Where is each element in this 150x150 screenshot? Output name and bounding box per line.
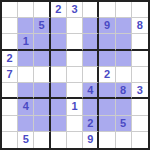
given-digit: 9	[87, 134, 93, 145]
cell-r6c1[interactable]	[2, 83, 18, 99]
cell-r1c9[interactable]	[132, 2, 148, 18]
cell-r4c8[interactable]	[116, 51, 132, 67]
given-digit: 3	[71, 4, 77, 15]
cell-r8c4[interactable]	[51, 116, 67, 132]
cell-r9c8[interactable]	[116, 132, 132, 148]
cell-r7c1[interactable]	[2, 99, 18, 115]
cell-r8c6: 2	[83, 116, 99, 132]
given-digit: 5	[38, 20, 44, 31]
given-digit: 3	[137, 85, 143, 96]
cell-r8c3[interactable]	[34, 116, 50, 132]
cell-r6c9: 3	[132, 83, 148, 99]
given-digit: 4	[23, 101, 29, 112]
cell-r1c8[interactable]	[116, 2, 132, 18]
cell-r6c5[interactable]	[67, 83, 83, 99]
cell-r7c9[interactable]	[132, 99, 148, 115]
cell-r6c7[interactable]	[99, 83, 115, 99]
cell-r7c5: 1	[67, 99, 83, 115]
cell-r3c9[interactable]	[132, 34, 148, 50]
cell-r3c8[interactable]	[116, 34, 132, 50]
cell-r7c6[interactable]	[83, 99, 99, 115]
cell-r7c3[interactable]	[34, 99, 50, 115]
cell-r6c8: 8	[116, 83, 132, 99]
cell-r1c4: 2	[51, 2, 67, 18]
cell-r5c6[interactable]	[83, 67, 99, 83]
sudoku-board: 235981272483412559	[0, 0, 150, 150]
cell-r3c3[interactable]	[34, 34, 50, 50]
given-digit: 1	[23, 36, 29, 47]
cell-r9c9[interactable]	[132, 132, 148, 148]
cell-r8c2[interactable]	[18, 116, 34, 132]
cell-r4c7[interactable]	[99, 51, 115, 67]
given-digit: 2	[55, 4, 61, 15]
cell-r9c1[interactable]	[2, 132, 18, 148]
cell-r7c7[interactable]	[99, 99, 115, 115]
given-digit: 5	[120, 118, 126, 129]
cell-r4c5[interactable]	[67, 51, 83, 67]
cell-r9c4[interactable]	[51, 132, 67, 148]
cell-r8c7[interactable]	[99, 116, 115, 132]
cell-r4c4[interactable]	[51, 51, 67, 67]
cell-r3c1[interactable]	[2, 34, 18, 50]
cell-r5c9[interactable]	[132, 67, 148, 83]
cell-r2c7: 9	[99, 18, 115, 34]
cell-r2c4[interactable]	[51, 18, 67, 34]
cell-r3c6[interactable]	[83, 34, 99, 50]
cell-r2c6[interactable]	[83, 18, 99, 34]
cell-r1c2[interactable]	[18, 2, 34, 18]
cell-r1c7[interactable]	[99, 2, 115, 18]
cell-r8c5[interactable]	[67, 116, 83, 132]
cell-r4c1: 2	[2, 51, 18, 67]
cell-r6c2[interactable]	[18, 83, 34, 99]
given-digit: 2	[7, 53, 13, 64]
cell-r4c6[interactable]	[83, 51, 99, 67]
cell-r5c4[interactable]	[51, 67, 67, 83]
cell-r1c3[interactable]	[34, 2, 50, 18]
given-digit: 4	[87, 85, 93, 96]
cell-r2c3: 5	[34, 18, 50, 34]
cell-r2c5[interactable]	[67, 18, 83, 34]
cell-r5c7: 2	[99, 67, 115, 83]
cell-r3c5[interactable]	[67, 34, 83, 50]
given-digit: 5	[23, 134, 29, 145]
cell-r9c3[interactable]	[34, 132, 50, 148]
given-digit: 2	[104, 69, 110, 80]
cell-r8c1[interactable]	[2, 116, 18, 132]
cell-r2c2[interactable]	[18, 18, 34, 34]
cell-r7c4[interactable]	[51, 99, 67, 115]
cell-r9c6: 9	[83, 132, 99, 148]
cell-r5c8[interactable]	[116, 67, 132, 83]
cell-r5c2[interactable]	[18, 67, 34, 83]
cell-r3c2: 1	[18, 34, 34, 50]
cell-r6c6: 4	[83, 83, 99, 99]
cell-r4c2[interactable]	[18, 51, 34, 67]
given-digit: 8	[137, 20, 143, 31]
cell-r2c9: 8	[132, 18, 148, 34]
given-digit: 1	[71, 101, 77, 112]
cell-r5c3[interactable]	[34, 67, 50, 83]
cell-r2c8[interactable]	[116, 18, 132, 34]
given-digit: 8	[120, 85, 126, 96]
cell-r1c6[interactable]	[83, 2, 99, 18]
given-digit: 7	[7, 69, 13, 80]
cell-r9c5[interactable]	[67, 132, 83, 148]
cell-r9c2: 5	[18, 132, 34, 148]
cell-r7c2: 4	[18, 99, 34, 115]
cell-r4c9[interactable]	[132, 51, 148, 67]
cell-r5c5[interactable]	[67, 67, 83, 83]
cell-r3c7[interactable]	[99, 34, 115, 50]
cell-r6c4[interactable]	[51, 83, 67, 99]
cell-r9c7[interactable]	[99, 132, 115, 148]
cell-r7c8[interactable]	[116, 99, 132, 115]
given-digit: 2	[87, 118, 93, 129]
given-digit: 9	[104, 20, 110, 31]
cell-r3c4[interactable]	[51, 34, 67, 50]
cell-r4c3[interactable]	[34, 51, 50, 67]
cell-r1c5: 3	[67, 2, 83, 18]
cell-r5c1: 7	[2, 67, 18, 83]
cell-r1c1[interactable]	[2, 2, 18, 18]
cell-r8c8: 5	[116, 116, 132, 132]
cell-r8c9[interactable]	[132, 116, 148, 132]
cell-r2c1[interactable]	[2, 18, 18, 34]
cell-r6c3[interactable]	[34, 83, 50, 99]
